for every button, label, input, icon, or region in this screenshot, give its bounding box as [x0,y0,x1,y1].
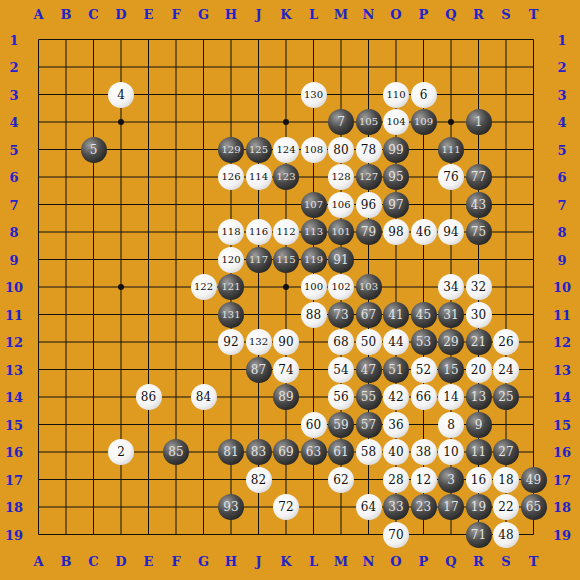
stone-white-66-p14[interactable]: 66 [411,384,437,410]
row-label-right-13: 13 [553,362,571,377]
move-number: 84 [196,391,211,403]
star-point-d10 [118,284,124,290]
stone-white-106-m7[interactable]: 106 [328,192,354,218]
move-number: 54 [333,364,348,376]
col-label-bottom-e: E [144,554,154,569]
stone-white-4-d3[interactable]: 4 [108,82,134,108]
stone-black-131-h11[interactable]: 131 [218,302,244,328]
row-label-right-4: 4 [557,115,566,130]
col-label-top-b: B [61,7,72,22]
stone-black-31-q11[interactable]: 31 [438,302,464,328]
stone-black-55-n14[interactable]: 55 [356,384,382,410]
stone-white-10-q16[interactable]: 10 [438,439,464,465]
move-number: 28 [388,474,403,486]
move-number: 91 [333,254,348,266]
stone-white-124-k5[interactable]: 124 [273,137,299,163]
row-label-left-7: 7 [9,197,18,212]
stone-black-15-q13[interactable]: 15 [438,357,464,383]
stone-black-121-h10[interactable]: 121 [218,274,244,300]
move-number: 76 [443,171,458,183]
move-number: 129 [221,145,240,155]
star-point-q4 [448,119,454,125]
move-number: 44 [388,336,403,348]
row-label-right-12: 12 [553,335,571,350]
row-label-left-6: 6 [9,170,18,185]
move-number: 60 [306,419,321,431]
stone-black-17-q18[interactable]: 17 [438,494,464,520]
stone-white-80-m5[interactable]: 80 [328,137,354,163]
stone-white-78-n5[interactable]: 78 [356,137,382,163]
move-number: 95 [388,171,403,183]
stone-black-83-j16[interactable]: 83 [246,439,272,465]
stone-black-81-h16[interactable]: 81 [218,439,244,465]
move-number: 72 [278,501,293,513]
move-number: 32 [471,281,486,293]
col-label-bottom-j: J [255,554,261,569]
move-number: 55 [361,391,376,403]
move-number: 23 [416,501,431,513]
row-label-right-8: 8 [557,225,566,240]
stone-white-62-m17[interactable]: 62 [328,467,354,493]
stone-black-51-o13[interactable]: 51 [383,357,409,383]
move-number: 90 [278,336,293,348]
stone-black-99-o5[interactable]: 99 [383,137,409,163]
stone-black-57-n15[interactable]: 57 [356,412,382,438]
move-number: 71 [471,529,486,541]
move-number: 88 [306,309,321,321]
move-number: 13 [471,391,486,403]
move-number: 53 [416,336,431,348]
stone-white-58-n16[interactable]: 58 [356,439,382,465]
row-label-right-7: 7 [557,197,566,212]
star-point-d4 [118,119,124,125]
stone-black-77-r6[interactable]: 77 [466,164,492,190]
stone-white-8-q15[interactable]: 8 [438,412,464,438]
stone-black-25-s14[interactable]: 25 [493,384,519,410]
stone-black-9-r15[interactable]: 9 [466,412,492,438]
stone-white-60-l15[interactable]: 60 [301,412,327,438]
col-label-top-o: O [390,7,401,22]
row-label-right-1: 1 [557,32,566,47]
move-number: 16 [471,474,486,486]
move-number: 70 [388,529,403,541]
col-label-bottom-f: F [171,554,180,569]
move-number: 86 [141,391,156,403]
move-number: 40 [388,446,403,458]
board-grid [0,0,580,580]
move-number: 100 [304,282,323,292]
stone-black-45-p11[interactable]: 45 [411,302,437,328]
stone-white-88-l11[interactable]: 88 [301,302,327,328]
col-label-top-k: K [280,7,291,22]
go-board[interactable]: ABCDEFGHJKLMNOPQRST ABCDEFGHJKLMNOPQRST … [0,0,580,580]
stone-black-123-k6[interactable]: 123 [273,164,299,190]
move-number: 5 [90,144,98,156]
col-label-top-f: F [171,7,180,22]
stone-black-103-n10[interactable]: 103 [356,274,382,300]
star-point-k4 [283,119,289,125]
stone-white-12-p17[interactable]: 12 [411,467,437,493]
col-label-bottom-o: O [390,554,401,569]
move-number: 123 [276,172,295,182]
stone-black-85-f16[interactable]: 85 [163,439,189,465]
move-number: 30 [471,309,486,321]
stone-black-41-o11[interactable]: 41 [383,302,409,328]
move-number: 1 [475,116,483,128]
stone-white-6-p3[interactable]: 6 [411,82,437,108]
stone-white-94-q8[interactable]: 94 [438,219,464,245]
stone-black-63-l16[interactable]: 63 [301,439,327,465]
col-label-bottom-b: B [61,554,72,569]
move-number: 6 [420,89,428,101]
row-label-left-3: 3 [9,87,18,102]
move-number: 42 [388,391,403,403]
move-number: 10 [443,446,458,458]
move-number: 47 [361,364,376,376]
move-number: 19 [471,501,486,513]
move-number: 12 [416,474,431,486]
move-number: 48 [498,529,513,541]
stone-black-13-r14[interactable]: 13 [466,384,492,410]
move-number: 119 [304,255,323,265]
stone-white-48-s19[interactable]: 48 [493,522,519,548]
col-label-top-q: Q [445,7,456,22]
col-label-top-c: C [88,7,98,22]
move-number: 38 [416,446,431,458]
stone-black-59-m15[interactable]: 59 [328,412,354,438]
stone-white-108-l5[interactable]: 108 [301,137,327,163]
stone-white-130-l3[interactable]: 130 [301,82,327,108]
stone-white-132-j12[interactable]: 132 [246,329,272,355]
move-number: 20 [471,364,486,376]
move-number: 15 [443,364,458,376]
move-number: 2 [117,446,125,458]
stone-black-29-q12[interactable]: 29 [438,329,464,355]
stone-white-46-p8[interactable]: 46 [411,219,437,245]
move-number: 7 [337,116,345,128]
col-label-top-g: G [198,7,209,22]
row-label-right-11: 11 [553,307,571,322]
move-number: 46 [416,226,431,238]
move-number: 128 [331,172,350,182]
move-number: 85 [168,446,183,458]
col-label-top-p: P [419,7,429,22]
move-number: 79 [361,226,376,238]
stone-black-111-q5[interactable]: 111 [438,137,464,163]
row-label-left-15: 15 [5,417,23,432]
stone-white-64-n18[interactable]: 64 [356,494,382,520]
row-label-right-6: 6 [557,170,566,185]
row-label-right-5: 5 [557,142,566,157]
move-number: 66 [416,391,431,403]
star-point-k10 [283,284,289,290]
move-number: 108 [304,145,323,155]
move-number: 49 [526,474,541,486]
row-label-left-8: 8 [9,225,18,240]
stone-black-67-n11[interactable]: 67 [356,302,382,328]
stone-black-61-m16[interactable]: 61 [328,439,354,465]
stone-white-14-q14[interactable]: 14 [438,384,464,410]
stone-white-32-r10[interactable]: 32 [466,274,492,300]
stone-white-118-h8[interactable]: 118 [218,219,244,245]
stone-white-98-o8[interactable]: 98 [383,219,409,245]
move-number: 121 [221,282,240,292]
col-label-bottom-d: D [115,554,126,569]
stone-black-69-k16[interactable]: 69 [273,439,299,465]
stone-black-95-o6[interactable]: 95 [383,164,409,190]
move-number: 82 [251,474,266,486]
col-label-top-r: R [473,7,484,22]
row-label-left-4: 4 [9,115,18,130]
stone-white-116-j8[interactable]: 116 [246,219,272,245]
move-number: 93 [223,501,238,513]
move-number: 51 [388,364,403,376]
move-number: 113 [304,227,323,237]
stone-black-79-n8[interactable]: 79 [356,219,382,245]
stone-black-109-p4[interactable]: 109 [411,109,437,135]
stone-white-86-e14[interactable]: 86 [136,384,162,410]
stone-white-100-l10[interactable]: 100 [301,274,327,300]
row-label-left-17: 17 [5,472,23,487]
move-number: 9 [475,419,483,431]
stone-black-49-t17[interactable]: 49 [521,467,547,493]
move-number: 107 [304,200,323,210]
stone-black-113-l8[interactable]: 113 [301,219,327,245]
move-number: 77 [471,171,486,183]
move-number: 115 [276,255,295,265]
stone-white-72-k18[interactable]: 72 [273,494,299,520]
row-label-left-19: 19 [5,527,23,542]
stone-black-73-m11[interactable]: 73 [328,302,354,328]
stone-white-68-m12[interactable]: 68 [328,329,354,355]
move-number: 62 [333,474,348,486]
move-number: 65 [526,501,541,513]
stone-white-76-q6[interactable]: 76 [438,164,464,190]
row-label-left-9: 9 [9,252,18,267]
stone-white-50-n12[interactable]: 50 [356,329,382,355]
row-label-right-2: 2 [557,60,566,75]
move-number: 74 [278,364,293,376]
col-label-bottom-r: R [473,554,484,569]
stone-black-65-t18[interactable]: 65 [521,494,547,520]
stone-white-44-o12[interactable]: 44 [383,329,409,355]
stone-black-127-n6[interactable]: 127 [356,164,382,190]
col-label-top-a: A [33,7,43,22]
stone-white-30-r11[interactable]: 30 [466,302,492,328]
move-number: 125 [249,145,268,155]
stone-white-40-o16[interactable]: 40 [383,439,409,465]
move-number: 127 [359,172,378,182]
stone-white-18-s17[interactable]: 18 [493,467,519,493]
move-number: 120 [221,255,240,265]
col-label-bottom-a: A [33,554,43,569]
stone-black-5-c5[interactable]: 5 [81,137,107,163]
row-label-right-15: 15 [553,417,571,432]
stone-white-96-n7[interactable]: 96 [356,192,382,218]
stone-white-28-o17[interactable]: 28 [383,467,409,493]
stone-black-105-n4[interactable]: 105 [356,109,382,135]
stone-black-117-j9[interactable]: 117 [246,247,272,273]
move-number: 80 [333,144,348,156]
move-number: 111 [441,145,460,155]
stone-black-93-h18[interactable]: 93 [218,494,244,520]
stone-white-122-g10[interactable]: 122 [191,274,217,300]
move-number: 22 [498,501,513,513]
move-number: 102 [331,282,350,292]
stone-white-16-r17[interactable]: 16 [466,467,492,493]
move-number: 57 [361,419,376,431]
row-label-left-13: 13 [5,362,23,377]
stone-white-20-r13[interactable]: 20 [466,357,492,383]
move-number: 58 [361,446,376,458]
stone-white-34-q10[interactable]: 34 [438,274,464,300]
stone-white-38-p16[interactable]: 38 [411,439,437,465]
row-label-left-14: 14 [5,390,23,405]
stone-white-74-k13[interactable]: 74 [273,357,299,383]
move-number: 112 [276,227,295,237]
stone-white-42-o14[interactable]: 42 [383,384,409,410]
move-number: 14 [443,391,458,403]
move-number: 18 [498,474,513,486]
move-number: 83 [251,446,266,458]
move-number: 87 [251,364,266,376]
move-number: 59 [333,419,348,431]
move-number: 116 [249,227,268,237]
stone-white-56-m14[interactable]: 56 [328,384,354,410]
move-number: 33 [388,501,403,513]
stone-white-22-s18[interactable]: 22 [493,494,519,520]
move-number: 94 [443,226,458,238]
stone-black-1-r4[interactable]: 1 [466,109,492,135]
stone-black-27-s16[interactable]: 27 [493,439,519,465]
move-number: 101 [331,227,350,237]
stone-black-33-o18[interactable]: 33 [383,494,409,520]
move-number: 114 [249,172,268,182]
stone-white-26-s12[interactable]: 26 [493,329,519,355]
stone-black-91-m9[interactable]: 91 [328,247,354,273]
col-label-bottom-c: C [88,554,98,569]
row-label-right-14: 14 [553,390,571,405]
stone-white-92-h12[interactable]: 92 [218,329,244,355]
move-number: 99 [388,144,403,156]
move-number: 36 [388,419,403,431]
col-label-bottom-l: L [309,554,318,569]
move-number: 50 [361,336,376,348]
stone-black-129-h5[interactable]: 129 [218,137,244,163]
stone-black-125-j5[interactable]: 125 [246,137,272,163]
col-label-top-d: D [115,7,126,22]
move-number: 34 [443,281,458,293]
stone-black-11-r16[interactable]: 11 [466,439,492,465]
stone-black-115-k9[interactable]: 115 [273,247,299,273]
move-number: 130 [304,90,323,100]
move-number: 3 [447,474,455,486]
move-number: 11 [471,446,486,458]
stone-white-52-p13[interactable]: 52 [411,357,437,383]
stone-white-120-h9[interactable]: 120 [218,247,244,273]
stone-white-36-o15[interactable]: 36 [383,412,409,438]
row-label-right-18: 18 [553,500,571,515]
row-label-left-1: 1 [9,32,18,47]
stone-black-43-r7[interactable]: 43 [466,192,492,218]
stone-white-110-o3[interactable]: 110 [383,82,409,108]
stone-black-7-m4[interactable]: 7 [328,109,354,135]
col-label-bottom-k: K [280,554,291,569]
move-number: 106 [331,200,350,210]
stone-black-3-q17[interactable]: 3 [438,467,464,493]
stone-white-70-o19[interactable]: 70 [383,522,409,548]
move-number: 69 [278,446,293,458]
stone-black-23-p18[interactable]: 23 [411,494,437,520]
col-label-top-m: M [334,7,348,22]
row-label-left-5: 5 [9,142,18,157]
stone-white-2-d16[interactable]: 2 [108,439,134,465]
move-number: 17 [443,501,458,513]
col-label-bottom-m: M [334,554,348,569]
move-number: 105 [359,117,378,127]
col-label-top-l: L [309,7,318,22]
move-number: 104 [386,117,405,127]
row-label-left-12: 12 [5,335,23,350]
col-label-top-s: S [501,7,510,22]
stone-white-54-m13[interactable]: 54 [328,357,354,383]
stone-black-87-j13[interactable]: 87 [246,357,272,383]
stone-white-112-k8[interactable]: 112 [273,219,299,245]
stone-white-114-j6[interactable]: 114 [246,164,272,190]
col-label-top-e: E [144,7,154,22]
row-label-right-19: 19 [553,527,571,542]
col-label-top-j: J [255,7,261,22]
stone-black-71-r19[interactable]: 71 [466,522,492,548]
stone-black-75-r8[interactable]: 75 [466,219,492,245]
stone-black-19-r18[interactable]: 19 [466,494,492,520]
row-label-right-3: 3 [557,87,566,102]
stone-white-126-h6[interactable]: 126 [218,164,244,190]
row-label-left-11: 11 [5,307,23,322]
stone-white-128-m6[interactable]: 128 [328,164,354,190]
col-label-bottom-s: S [501,554,510,569]
move-number: 118 [221,227,240,237]
stone-black-53-p12[interactable]: 53 [411,329,437,355]
stone-black-89-k14[interactable]: 89 [273,384,299,410]
stone-black-119-l9[interactable]: 119 [301,247,327,273]
stone-white-90-k12[interactable]: 90 [273,329,299,355]
move-number: 98 [388,226,403,238]
move-number: 21 [471,336,486,348]
move-number: 126 [221,172,240,182]
row-label-left-16: 16 [5,445,23,460]
stone-white-104-o4[interactable]: 104 [383,109,409,135]
col-label-bottom-q: Q [445,554,456,569]
stone-white-84-g14[interactable]: 84 [191,384,217,410]
stone-black-47-n13[interactable]: 47 [356,357,382,383]
move-number: 61 [333,446,348,458]
col-label-bottom-t: T [529,554,539,569]
move-number: 45 [416,309,431,321]
stone-black-97-o7[interactable]: 97 [383,192,409,218]
move-number: 78 [361,144,376,156]
row-label-left-10: 10 [5,280,23,295]
stone-black-107-l7[interactable]: 107 [301,192,327,218]
move-number: 63 [306,446,321,458]
stone-white-24-s13[interactable]: 24 [493,357,519,383]
stone-black-101-m8[interactable]: 101 [328,219,354,245]
stone-black-21-r12[interactable]: 21 [466,329,492,355]
stone-white-82-j17[interactable]: 82 [246,467,272,493]
move-number: 29 [443,336,458,348]
move-number: 67 [361,309,376,321]
stone-white-102-m10[interactable]: 102 [328,274,354,300]
